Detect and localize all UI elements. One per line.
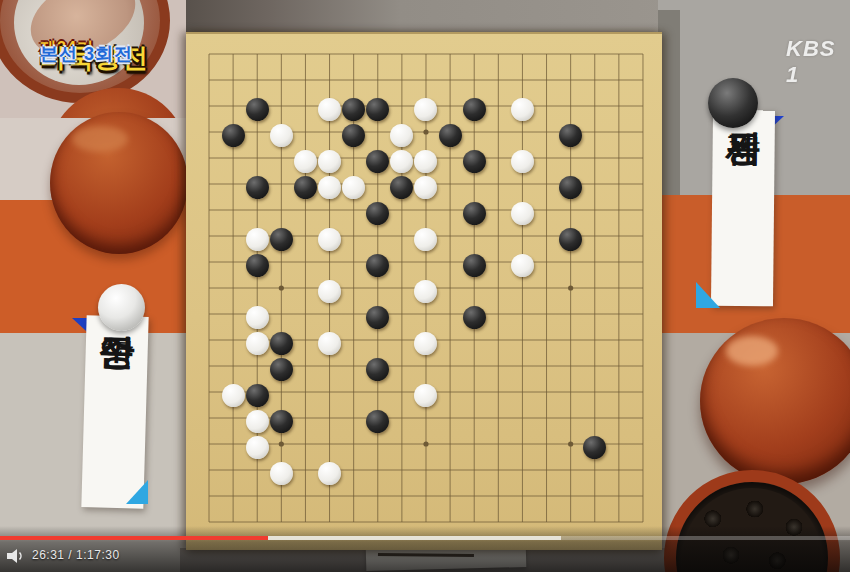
broadcast-frame: 제34기 바둑왕전 본선 3회전 안 성 준 六단 김 세 동 五단 KBS 1…: [0, 0, 850, 572]
video-progress-bar[interactable]: [0, 536, 850, 540]
black-stone: [342, 124, 365, 147]
black-stone: [463, 98, 486, 121]
black-stone: [270, 228, 293, 251]
white-stone: [318, 98, 341, 121]
black-stone: [366, 254, 389, 277]
black-stone: [559, 124, 582, 147]
white-stone: [222, 384, 245, 407]
white-stone-badge: [98, 284, 145, 331]
white-stone: [246, 306, 269, 329]
white-stone: [342, 176, 365, 199]
player-rank: 五단: [728, 134, 760, 155]
black-stone: [463, 202, 486, 225]
white-stone: [318, 176, 341, 199]
white-stone: [414, 98, 437, 121]
white-stone: [414, 280, 437, 303]
black-stone: [270, 410, 293, 433]
white-stone: [246, 436, 269, 459]
video-control-bar: 26:31 / 1:17:30: [0, 526, 850, 572]
player-rank: 六단: [100, 338, 133, 360]
white-stone: [294, 150, 317, 173]
tournament-round: 본선 3회전: [40, 42, 133, 66]
black-stone: [463, 306, 486, 329]
white-stone: [318, 280, 341, 303]
kbs-logo: KBS 1: [786, 36, 850, 88]
white-stone: [414, 150, 437, 173]
go-board: [186, 32, 662, 550]
card-ribbon-blue-light: [696, 282, 720, 308]
black-stone: [583, 436, 606, 459]
white-stone: [246, 332, 269, 355]
black-stone: [366, 410, 389, 433]
white-stone: [246, 410, 269, 433]
black-stone: [246, 254, 269, 277]
white-stone: [318, 332, 341, 355]
white-stone: [414, 384, 437, 407]
black-stone: [246, 384, 269, 407]
black-stone: [366, 150, 389, 173]
white-stone: [511, 150, 534, 173]
black-stone: [366, 306, 389, 329]
black-stone: [246, 176, 269, 199]
black-stone: [559, 228, 582, 251]
black-stone: [342, 98, 365, 121]
white-stone: [390, 150, 413, 173]
white-stone: [414, 332, 437, 355]
black-stone: [270, 332, 293, 355]
black-stone: [390, 176, 413, 199]
white-stone: [414, 228, 437, 251]
black-stone: [463, 150, 486, 173]
time-display: 26:31 / 1:17:30: [32, 548, 120, 562]
white-stone: [390, 124, 413, 147]
black-stone: [366, 98, 389, 121]
black-stone: [559, 176, 582, 199]
black-stone-badge: [708, 78, 758, 128]
card-ribbon-blue-light: [126, 480, 148, 504]
black-stone: [222, 124, 245, 147]
black-stone: [294, 176, 317, 199]
bowl-lid-left: [50, 112, 188, 254]
white-stone: [270, 124, 293, 147]
player-card-black: 김 세 동 五단: [711, 110, 775, 307]
black-stone: [439, 124, 462, 147]
white-stone: [318, 228, 341, 251]
black-stone: [246, 98, 269, 121]
progress-played: [0, 536, 268, 540]
white-stone: [246, 228, 269, 251]
black-stone: [366, 202, 389, 225]
white-stone: [414, 176, 437, 199]
background-wall-top: [180, 0, 670, 34]
black-stone: [463, 254, 486, 277]
white-stone: [318, 462, 341, 485]
black-stone: [366, 358, 389, 381]
white-stone: [511, 254, 534, 277]
black-stone: [270, 358, 293, 381]
white-stone: [511, 98, 534, 121]
white-stone: [318, 150, 341, 173]
white-stone: [511, 202, 534, 225]
white-stone: [270, 462, 293, 485]
volume-icon[interactable]: [5, 546, 27, 566]
